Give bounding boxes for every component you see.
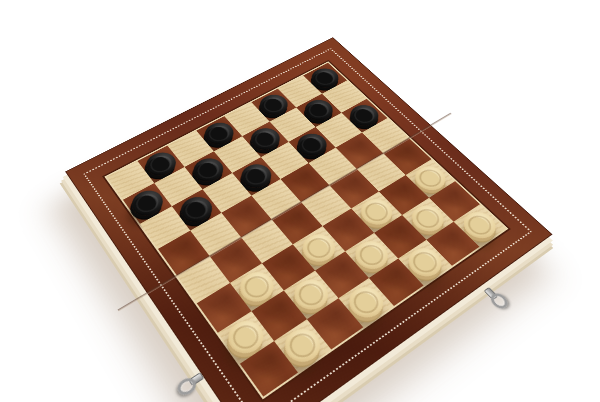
white-piece[interactable]: ● (278, 323, 327, 369)
white-piece[interactable]: ● (342, 281, 390, 323)
board-square[interactable]: ● (345, 233, 398, 278)
checkers-board-box: ●●●●●●●●●●●●●●●●●●●●●●●● (65, 37, 552, 402)
board-square[interactable] (374, 215, 426, 259)
board-square[interactable] (210, 237, 262, 283)
metal-clasp-right (481, 286, 508, 310)
board-square[interactable]: ● (339, 278, 394, 327)
white-piece[interactable]: ● (297, 229, 342, 267)
white-piece[interactable]: ● (234, 267, 280, 308)
white-piece[interactable]: ● (288, 274, 335, 316)
board-square[interactable] (272, 202, 323, 244)
perspective-scene: ●●●●●●●●●●●●●●●●●●●●●●●● (0, 0, 600, 402)
board-square[interactable]: ● (402, 198, 454, 240)
white-piece[interactable]: ● (349, 236, 394, 275)
board-square[interactable] (190, 213, 241, 256)
checkers-grid: ●●●●●●●●●●●●●●●●●●●●●●●● (107, 63, 506, 397)
board-square[interactable]: ● (218, 311, 274, 364)
board-square[interactable]: ● (293, 226, 345, 270)
board-square[interactable] (323, 208, 375, 251)
clasp-bar (188, 372, 204, 386)
board-square[interactable] (262, 244, 315, 290)
product-photo-stage: ●●●●●●●●●●●●●●●●●●●●●●●● (0, 0, 600, 402)
board-square[interactable] (369, 259, 424, 306)
metal-clasp-left (176, 369, 206, 395)
board-square[interactable]: ● (230, 263, 284, 311)
clasp-ring-icon (174, 375, 199, 399)
board-square[interactable] (158, 231, 210, 276)
board-square[interactable]: ● (284, 271, 339, 320)
board-square[interactable] (240, 341, 298, 397)
white-piece[interactable]: ● (222, 315, 270, 360)
white-piece[interactable]: ● (402, 243, 448, 282)
board-square[interactable] (241, 219, 293, 263)
board-square[interactable]: ● (274, 319, 331, 372)
white-piece[interactable]: ● (457, 207, 502, 243)
clasp-ring-icon (488, 291, 511, 312)
board-square[interactable] (426, 222, 479, 266)
board-square[interactable] (197, 283, 252, 333)
white-piece[interactable]: ● (406, 201, 450, 237)
board-square[interactable] (251, 291, 306, 342)
board-square[interactable] (177, 256, 230, 303)
board-square[interactable] (315, 251, 369, 298)
clasp-bar (484, 287, 499, 300)
board-square[interactable]: ● (454, 204, 506, 247)
board-square[interactable] (140, 206, 190, 249)
board-square[interactable] (307, 298, 363, 349)
board-square[interactable]: ● (398, 240, 452, 286)
